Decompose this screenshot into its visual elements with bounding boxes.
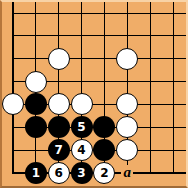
intersection-D1: 3 (70, 161, 93, 184)
intersection-C4 (47, 93, 70, 116)
stone-white-D4 (71, 93, 93, 115)
stone-white-C6 (48, 48, 70, 70)
stone-white-F6 (116, 48, 138, 70)
intersection-F1: a (116, 161, 139, 184)
intersection-F4 (116, 93, 139, 116)
stone-white-C4 (48, 93, 70, 115)
intersection-C2: 7 (47, 139, 70, 162)
intersection-A4 (2, 93, 25, 116)
stone-white-C1: 6 (48, 162, 70, 184)
goban-intersections: 5741632a (2, 2, 185, 185)
stone-black-C2: 7 (48, 139, 70, 161)
stone-black-B1: 1 (25, 162, 47, 184)
point-label-a: a (121, 165, 133, 180)
stone-black-B4 (25, 93, 47, 115)
intersection-D3: 5 (70, 116, 93, 139)
intersection-B1: 1 (24, 161, 47, 184)
stone-black-C3 (48, 116, 70, 138)
stone-black-B3 (25, 116, 47, 138)
intersection-C6 (47, 47, 70, 70)
intersection-F2 (116, 139, 139, 162)
stone-black-E3 (93, 116, 115, 138)
stone-white-B5 (25, 71, 47, 93)
stone-white-A4 (2, 93, 24, 115)
intersection-B5 (24, 70, 47, 93)
stone-black-D3: 5 (71, 116, 93, 138)
intersection-F6 (116, 47, 139, 70)
go-board-diagram: 5741632a (0, 0, 188, 188)
intersection-E1: 2 (93, 161, 116, 184)
intersection-D4 (70, 93, 93, 116)
intersection-E2 (93, 139, 116, 162)
stone-black-E2 (93, 139, 115, 161)
intersection-E3 (93, 116, 116, 139)
intersection-F3 (116, 116, 139, 139)
intersection-C1: 6 (47, 161, 70, 184)
intersection-C3 (47, 116, 70, 139)
stone-white-F4 (116, 93, 138, 115)
stone-white-E1: 2 (93, 162, 115, 184)
intersection-B4 (24, 93, 47, 116)
intersection-D2: 4 (70, 139, 93, 162)
intersection-B3 (24, 116, 47, 139)
stone-black-D1: 3 (71, 162, 93, 184)
stone-white-D2: 4 (71, 139, 93, 161)
stone-white-F3 (116, 116, 138, 138)
stone-white-F2 (116, 139, 138, 161)
